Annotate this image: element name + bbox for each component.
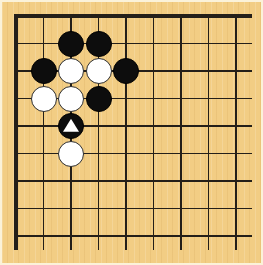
diagram-frame [0,0,263,265]
board-point [57,140,85,168]
black-stone [113,58,139,84]
stones-layer [2,2,250,250]
black-stone [58,31,84,57]
white-stone [86,58,112,84]
white-stone [58,58,84,84]
board-point [30,57,58,85]
board-point [57,57,85,85]
white-stone [58,86,84,112]
marked-black-stone [58,113,84,139]
white-stone [58,141,84,167]
board-point [57,112,85,140]
board-point [57,85,85,113]
black-stone [86,31,112,57]
black-stone [31,58,57,84]
triangle-mark-icon [63,119,79,132]
black-stone [86,86,112,112]
board-point [85,30,113,58]
board-point [85,57,113,85]
white-stone [31,86,57,112]
board-point [112,57,140,85]
go-board[interactable] [2,2,261,263]
board-point [57,30,85,58]
board-point [30,85,58,113]
board-point [85,85,113,113]
